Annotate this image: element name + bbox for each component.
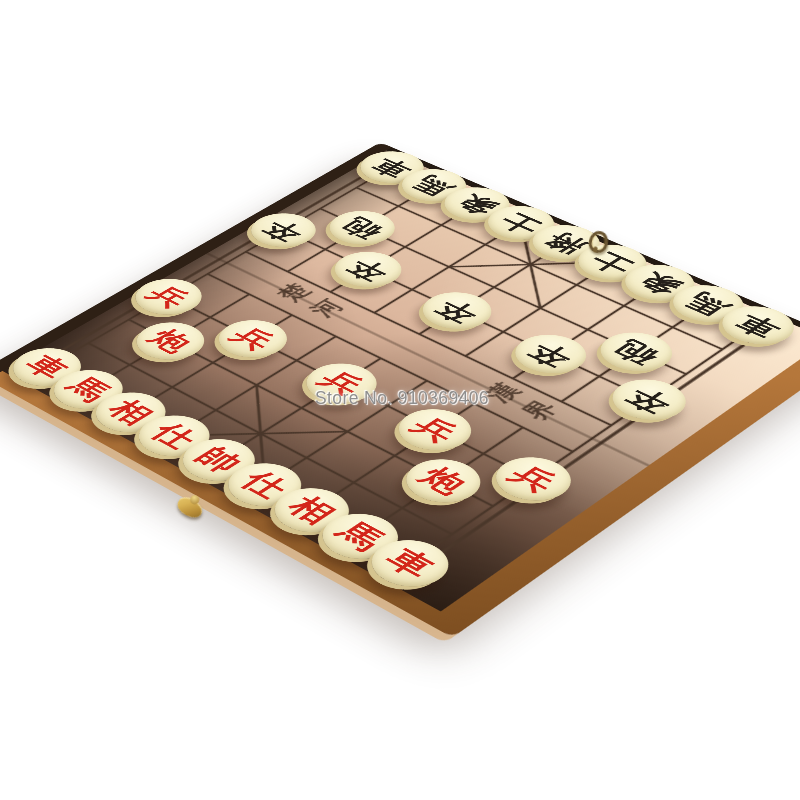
piece-black-soldier[interactable]: 卒 [409, 285, 505, 337]
piece-black-soldier[interactable]: 卒 [238, 207, 329, 254]
piece-glyph: 兵 [226, 324, 281, 354]
board-surface: 楚 河 漢 界 車馬象士將士象馬車砲砲卒卒卒卒卒兵兵兵兵兵炮炮車馬相仕帥仕相馬車 [2, 150, 800, 611]
piece-red-cannon[interactable]: 炮 [123, 315, 218, 368]
piece-black-soldier[interactable]: 卒 [501, 327, 600, 381]
piece-glyph: 車 [730, 310, 787, 340]
piece-glyph: 兵 [406, 413, 464, 446]
piece-red-soldier[interactable]: 兵 [384, 401, 486, 459]
piece-glyph: 卒 [620, 383, 678, 415]
piece-glyph: 卒 [430, 296, 485, 325]
piece-grid: 車馬象士將士象馬車砲砲卒卒卒卒卒兵兵兵兵兵炮炮車馬相仕帥仕相馬車 [6, 148, 800, 591]
store-watermark: Store No. 910369406 [315, 388, 489, 409]
piece-red-soldier[interactable]: 兵 [205, 313, 301, 366]
piece-glyph: 兵 [504, 461, 564, 496]
piece-red-soldier[interactable]: 兵 [122, 272, 215, 322]
piece-glyph: 炮 [143, 326, 197, 356]
piece-glyph: 卒 [341, 255, 394, 283]
piece-glyph: 炮 [414, 463, 473, 498]
piece-glyph: 砲 [608, 336, 665, 367]
piece-glyph: 卒 [522, 339, 578, 370]
piece-glyph: 車 [379, 545, 440, 582]
product-photo-scene: 楚 河 漢 界 車馬象士將士象馬車砲砲卒卒卒卒卒兵兵兵兵兵炮炮車馬相仕帥仕相馬車… [0, 0, 800, 800]
piece-glyph: 卒 [257, 217, 309, 244]
piece-glyph: 兵 [142, 282, 195, 311]
piece-black-cannon[interactable]: 砲 [316, 204, 408, 251]
piece-glyph: 砲 [336, 214, 388, 241]
piece-red-cannon[interactable]: 炮 [391, 451, 495, 512]
piece-black-soldier[interactable]: 卒 [321, 245, 415, 294]
piece-black-cannon[interactable]: 砲 [587, 325, 687, 379]
